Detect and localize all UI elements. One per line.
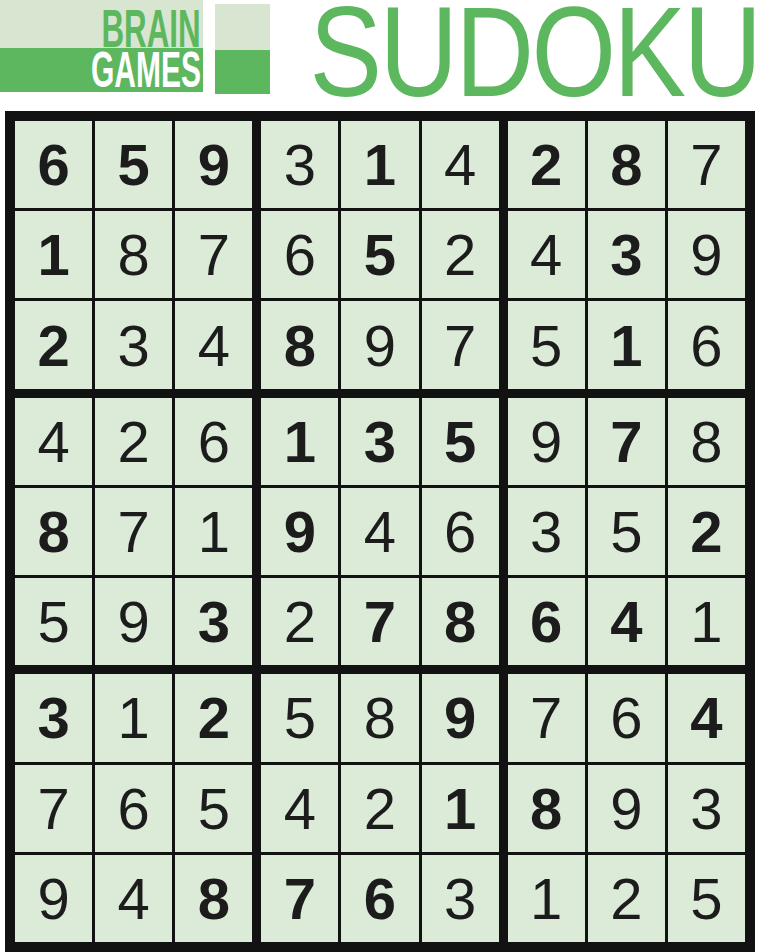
cell-r3c6[interactable]: 7 [422,301,499,388]
cell-r8c3[interactable]: 5 [175,765,252,852]
cell-r7c7[interactable]: 7 [508,674,585,761]
cell-r4c2[interactable]: 2 [95,398,172,485]
cell-r1c7[interactable]: 2 [508,121,585,208]
cell-r4c1[interactable]: 4 [15,398,92,485]
cell-r5c4[interactable]: 9 [261,488,338,575]
cell-r9c2[interactable]: 4 [95,855,172,942]
cell-r9c7[interactable]: 1 [508,855,585,942]
cell-r5c5[interactable]: 4 [341,488,418,575]
page-title: SUDOKU [310,0,760,116]
cell-r6c1[interactable]: 5 [15,578,92,665]
cell-r1c3[interactable]: 9 [175,121,252,208]
cell-r7c9[interactable]: 4 [668,674,745,761]
cell-r2c5[interactable]: 5 [341,211,418,298]
cell-r3c7[interactable]: 5 [508,301,585,388]
cell-r4c6[interactable]: 5 [422,398,499,485]
cell-r7c2[interactable]: 1 [95,674,172,761]
cell-r7c4[interactable]: 5 [261,674,338,761]
cell-r6c7[interactable]: 6 [508,578,585,665]
cell-r7c6[interactable]: 9 [422,674,499,761]
cell-r1c5[interactable]: 1 [341,121,418,208]
sudoku-board: 6593142871876524392348975164261359788719… [5,111,755,952]
cell-r6c4[interactable]: 2 [261,578,338,665]
cell-r4c5[interactable]: 3 [341,398,418,485]
cell-r8c4[interactable]: 4 [261,765,338,852]
logo-top-band: BRAIN [0,0,203,48]
page: BRAIN GAMES SUDOKU 659314287187652439234… [0,0,760,952]
cell-r6c9[interactable]: 1 [668,578,745,665]
cell-r1c2[interactable]: 5 [95,121,172,208]
cell-r4c3[interactable]: 6 [175,398,252,485]
cell-r7c5[interactable]: 8 [341,674,418,761]
cell-r1c4[interactable]: 3 [261,121,338,208]
logo-top-tab [215,4,270,50]
cell-r6c3[interactable]: 3 [175,578,252,665]
cell-r9c5[interactable]: 6 [341,855,418,942]
cell-r2c8[interactable]: 3 [588,211,665,298]
cell-r8c9[interactable]: 3 [668,765,745,852]
cell-r9c1[interactable]: 9 [15,855,92,942]
cell-r1c9[interactable]: 7 [668,121,745,208]
cell-r8c2[interactable]: 6 [95,765,172,852]
cell-r1c8[interactable]: 8 [588,121,665,208]
cell-r8c1[interactable]: 7 [15,765,92,852]
cell-r2c4[interactable]: 6 [261,211,338,298]
cell-r9c9[interactable]: 5 [668,855,745,942]
cell-r3c1[interactable]: 2 [15,301,92,388]
brand-bottom-label: GAMES [91,45,203,95]
cell-r5c6[interactable]: 6 [422,488,499,575]
cell-r5c9[interactable]: 2 [668,488,745,575]
cell-r4c9[interactable]: 8 [668,398,745,485]
cell-r7c1[interactable]: 3 [15,674,92,761]
brain-games-logo: BRAIN GAMES [0,0,272,92]
cell-r9c4[interactable]: 7 [261,855,338,942]
cell-r5c3[interactable]: 1 [175,488,252,575]
cell-r5c7[interactable]: 3 [508,488,585,575]
cell-r8c7[interactable]: 8 [508,765,585,852]
cell-r5c1[interactable]: 8 [15,488,92,575]
cell-r3c3[interactable]: 4 [175,301,252,388]
cell-r3c9[interactable]: 6 [668,301,745,388]
cell-r5c8[interactable]: 5 [588,488,665,575]
cell-r9c3[interactable]: 8 [175,855,252,942]
cell-r2c2[interactable]: 8 [95,211,172,298]
cell-r2c6[interactable]: 2 [422,211,499,298]
cell-r4c8[interactable]: 7 [588,398,665,485]
cell-r6c5[interactable]: 7 [341,578,418,665]
cell-r5c2[interactable]: 7 [95,488,172,575]
cell-r9c8[interactable]: 2 [588,855,665,942]
cell-r8c6[interactable]: 1 [422,765,499,852]
cell-r2c3[interactable]: 7 [175,211,252,298]
cell-r1c6[interactable]: 4 [422,121,499,208]
cell-r3c8[interactable]: 1 [588,301,665,388]
cell-r3c2[interactable]: 3 [95,301,172,388]
cell-r9c6[interactable]: 3 [422,855,499,942]
logo-bottom-band: GAMES [0,48,203,92]
cell-r2c1[interactable]: 1 [15,211,92,298]
cell-r3c5[interactable]: 9 [341,301,418,388]
cell-r6c6[interactable]: 8 [422,578,499,665]
cell-r2c7[interactable]: 4 [508,211,585,298]
header: BRAIN GAMES SUDOKU [0,0,760,108]
cell-r8c8[interactable]: 9 [588,765,665,852]
cell-r6c2[interactable]: 9 [95,578,172,665]
cell-r4c4[interactable]: 1 [261,398,338,485]
cell-r2c9[interactable]: 9 [668,211,745,298]
cell-r4c7[interactable]: 9 [508,398,585,485]
logo-bottom-tab [215,50,270,94]
cell-r8c5[interactable]: 2 [341,765,418,852]
cell-r3c4[interactable]: 8 [261,301,338,388]
cell-r1c1[interactable]: 6 [15,121,92,208]
cell-r6c8[interactable]: 4 [588,578,665,665]
cell-r7c3[interactable]: 2 [175,674,252,761]
cell-r7c8[interactable]: 6 [588,674,665,761]
